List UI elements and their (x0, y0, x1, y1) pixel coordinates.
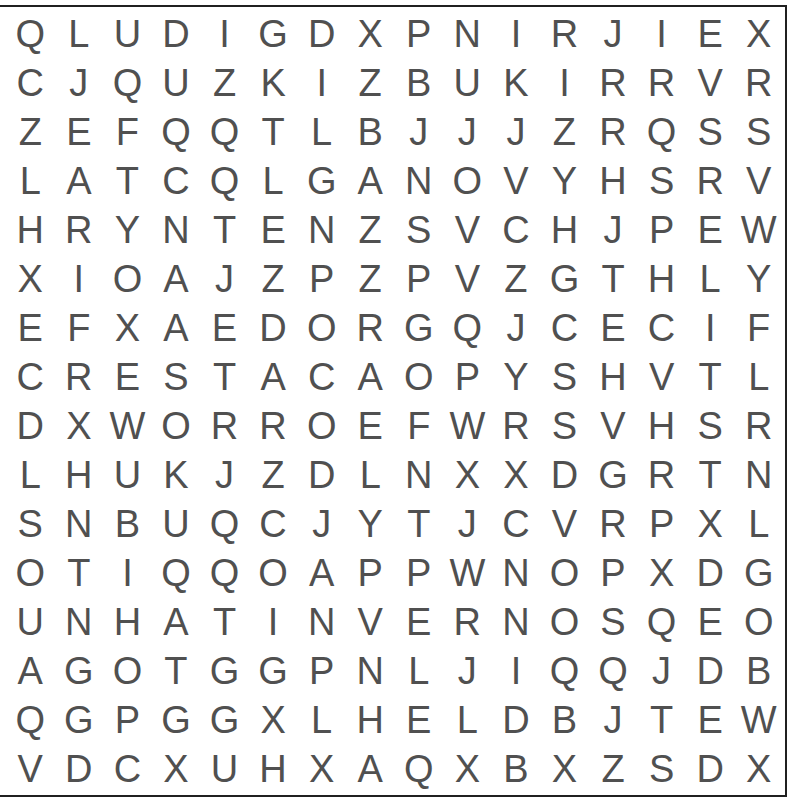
grid-cell[interactable]: J (443, 107, 492, 156)
grid-cell[interactable]: G (540, 254, 589, 303)
grid-cell[interactable]: L (6, 450, 55, 499)
grid-cell[interactable]: O (152, 401, 201, 450)
grid-cell[interactable]: L (249, 156, 298, 205)
grid-cell[interactable]: L (6, 156, 55, 205)
grid-cell[interactable]: N (55, 597, 104, 646)
grid-cell[interactable]: L (297, 107, 346, 156)
grid-cell[interactable]: P (103, 695, 152, 744)
grid-cell[interactable]: Y (540, 156, 589, 205)
grid-cell[interactable]: A (152, 254, 201, 303)
grid-cell[interactable]: S (637, 156, 686, 205)
grid-cell[interactable]: G (589, 450, 638, 499)
grid-cell[interactable]: K (492, 58, 541, 107)
grid-cell[interactable]: G (55, 695, 104, 744)
grid-cell[interactable]: G (200, 646, 249, 695)
grid-cell[interactable]: T (249, 107, 298, 156)
grid-cell[interactable]: C (103, 744, 152, 793)
grid-cell[interactable]: N (346, 646, 395, 695)
grid-cell[interactable]: F (103, 107, 152, 156)
grid-cell[interactable]: X (734, 744, 783, 793)
grid-cell[interactable]: I (200, 9, 249, 58)
grid-cell[interactable]: Y (103, 205, 152, 254)
grid-cell[interactable]: U (103, 9, 152, 58)
grid-cell[interactable]: B (395, 58, 444, 107)
grid-cell[interactable]: J (589, 695, 638, 744)
grid-cell[interactable]: H (589, 352, 638, 401)
grid-cell[interactable]: G (200, 695, 249, 744)
grid-cell[interactable]: V (637, 352, 686, 401)
grid-cell[interactable]: R (637, 450, 686, 499)
grid-cell[interactable]: K (249, 58, 298, 107)
grid-cell[interactable]: B (540, 695, 589, 744)
grid-cell[interactable]: H (6, 205, 55, 254)
grid-cell[interactable]: O (103, 254, 152, 303)
grid-cell[interactable]: B (346, 107, 395, 156)
grid-cell[interactable]: E (686, 695, 735, 744)
grid-cell[interactable]: G (249, 646, 298, 695)
grid-cell[interactable]: L (734, 352, 783, 401)
grid-cell[interactable]: L (346, 450, 395, 499)
grid-cell[interactable]: N (443, 9, 492, 58)
grid-cell[interactable]: R (55, 205, 104, 254)
grid-cell[interactable]: C (6, 352, 55, 401)
grid-cell[interactable]: H (637, 401, 686, 450)
grid-cell[interactable]: Z (589, 744, 638, 793)
grid-cell[interactable]: N (734, 450, 783, 499)
grid-cell[interactable]: R (443, 597, 492, 646)
grid-cell[interactable]: Q (540, 646, 589, 695)
grid-cell[interactable]: Q (200, 548, 249, 597)
grid-cell[interactable]: X (686, 499, 735, 548)
grid-cell[interactable]: W (443, 548, 492, 597)
grid-cell[interactable]: V (540, 499, 589, 548)
grid-cell[interactable]: R (540, 9, 589, 58)
grid-cell[interactable]: S (637, 744, 686, 793)
grid-cell[interactable]: Z (200, 58, 249, 107)
grid-cell[interactable]: C (637, 303, 686, 352)
grid-cell[interactable]: Q (103, 58, 152, 107)
grid-cell[interactable]: C (249, 499, 298, 548)
grid-cell[interactable]: V (443, 205, 492, 254)
grid-cell[interactable]: J (589, 205, 638, 254)
grid-cell[interactable]: U (152, 58, 201, 107)
grid-cell[interactable]: R (686, 156, 735, 205)
grid-cell[interactable]: L (734, 499, 783, 548)
grid-cell[interactable]: Q (6, 9, 55, 58)
grid-cell[interactable]: O (249, 548, 298, 597)
grid-cell[interactable]: J (492, 303, 541, 352)
grid-cell[interactable]: Q (395, 744, 444, 793)
grid-cell[interactable]: I (55, 254, 104, 303)
grid-cell[interactable]: E (589, 303, 638, 352)
grid-cell[interactable]: L (297, 695, 346, 744)
grid-cell[interactable]: V (589, 401, 638, 450)
grid-cell[interactable]: D (686, 646, 735, 695)
grid-cell[interactable]: X (492, 450, 541, 499)
grid-cell[interactable]: J (443, 499, 492, 548)
grid-cell[interactable]: S (686, 107, 735, 156)
grid-cell[interactable]: N (297, 597, 346, 646)
grid-cell[interactable]: S (395, 205, 444, 254)
grid-cell[interactable]: S (540, 352, 589, 401)
grid-cell[interactable]: O (443, 156, 492, 205)
grid-cell[interactable]: U (103, 450, 152, 499)
page: QLUDIGDXPNIRJIEXCJQUZKIZBUKIRRVRZEFQQTLB… (0, 0, 800, 803)
grid-cell[interactable]: Q (200, 107, 249, 156)
grid-cell[interactable]: Q (6, 695, 55, 744)
grid-cell[interactable]: R (589, 499, 638, 548)
grid-cell[interactable]: O (395, 352, 444, 401)
grid-cell[interactable]: X (152, 744, 201, 793)
grid-cell[interactable]: J (443, 646, 492, 695)
grid-cell[interactable]: J (200, 450, 249, 499)
grid-cell[interactable]: R (589, 107, 638, 156)
grid-cell[interactable]: N (55, 499, 104, 548)
grid-cell[interactable]: Q (443, 303, 492, 352)
grid-cell[interactable]: U (200, 744, 249, 793)
grid-cell[interactable]: D (492, 695, 541, 744)
grid-cell[interactable]: L (55, 9, 104, 58)
grid-cell[interactable]: F (55, 303, 104, 352)
grid-cell[interactable]: Z (540, 107, 589, 156)
word-search-grid: QLUDIGDXPNIRJIEXCJQUZKIZBUKIRRVRZEFQQTLB… (0, 7, 785, 795)
grid-cell[interactable]: E (6, 303, 55, 352)
grid-cell[interactable]: E (395, 695, 444, 744)
grid-cell[interactable]: I (492, 9, 541, 58)
grid-cell[interactable]: Z (346, 205, 395, 254)
grid-cell[interactable]: B (492, 744, 541, 793)
grid-cell[interactable]: G (55, 646, 104, 695)
grid-cell[interactable]: H (346, 695, 395, 744)
grid-cell[interactable]: G (734, 548, 783, 597)
grid-cell[interactable]: X (346, 9, 395, 58)
grid-cell[interactable]: G (297, 156, 346, 205)
grid-cell[interactable]: E (686, 9, 735, 58)
grid-cell[interactable]: D (540, 450, 589, 499)
grid-cell[interactable]: T (686, 450, 735, 499)
grid-cell[interactable]: B (103, 499, 152, 548)
grid-cell[interactable]: T (200, 205, 249, 254)
grid-cell[interactable]: S (152, 352, 201, 401)
grid-cell[interactable]: P (395, 254, 444, 303)
grid-cell[interactable]: V (734, 156, 783, 205)
grid-cell[interactable]: T (103, 156, 152, 205)
grid-cell[interactable]: V (686, 58, 735, 107)
grid-cell[interactable]: G (249, 9, 298, 58)
grid-cell[interactable]: Q (637, 107, 686, 156)
grid-cell[interactable]: I (686, 303, 735, 352)
grid-cell[interactable]: R (637, 58, 686, 107)
grid-cell[interactable]: L (443, 695, 492, 744)
grid-cell[interactable]: X (6, 254, 55, 303)
grid-cell[interactable]: X (443, 744, 492, 793)
grid-cell[interactable]: L (395, 646, 444, 695)
grid-cell[interactable]: V (346, 597, 395, 646)
grid-cell[interactable]: R (734, 58, 783, 107)
grid-cell[interactable]: X (55, 401, 104, 450)
grid-cell[interactable]: W (443, 401, 492, 450)
grid-cell[interactable]: U (443, 58, 492, 107)
grid-cell[interactable]: E (395, 597, 444, 646)
grid-cell[interactable]: H (637, 254, 686, 303)
grid-cell[interactable]: Q (200, 499, 249, 548)
grid-cell[interactable]: Z (492, 254, 541, 303)
grid-cell[interactable]: P (395, 548, 444, 597)
grid-cell[interactable]: N (297, 205, 346, 254)
grid-cell[interactable]: I (492, 646, 541, 695)
grid-cell[interactable]: E (686, 597, 735, 646)
grid-cell[interactable]: O (540, 597, 589, 646)
grid-cell[interactable]: J (200, 254, 249, 303)
grid-cell[interactable]: T (395, 499, 444, 548)
grid-cell[interactable]: I (103, 548, 152, 597)
grid-cell[interactable]: P (637, 205, 686, 254)
grid-cell[interactable]: Z (346, 58, 395, 107)
grid-cell[interactable]: S (6, 499, 55, 548)
grid-cell[interactable]: C (540, 303, 589, 352)
grid-cell[interactable]: T (55, 548, 104, 597)
grid-cell[interactable]: Z (249, 254, 298, 303)
grid-cell[interactable]: H (540, 205, 589, 254)
grid-cell[interactable]: L (686, 254, 735, 303)
grid-cell[interactable]: X (734, 9, 783, 58)
grid-cell[interactable]: D (152, 9, 201, 58)
grid-cell[interactable]: R (734, 401, 783, 450)
grid-cell[interactable]: C (152, 156, 201, 205)
grid-cell[interactable]: S (589, 597, 638, 646)
grid-cell[interactable]: E (103, 352, 152, 401)
grid-cell[interactable]: O (297, 303, 346, 352)
grid-cell[interactable]: V (6, 744, 55, 793)
grid-cell[interactable]: T (589, 254, 638, 303)
grid-cell[interactable]: D (6, 401, 55, 450)
grid-cell[interactable]: J (55, 58, 104, 107)
grid-cell[interactable]: A (346, 352, 395, 401)
grid-cell[interactable]: I (249, 597, 298, 646)
grid-cell[interactable]: A (152, 303, 201, 352)
grid-cell[interactable]: J (395, 107, 444, 156)
grid-cell[interactable]: J (589, 9, 638, 58)
grid-cell[interactable]: H (103, 597, 152, 646)
grid-cell[interactable]: S (540, 401, 589, 450)
grid-cell[interactable]: C (297, 352, 346, 401)
grid-cell[interactable]: Z (6, 107, 55, 156)
grid-cell[interactable]: D (686, 744, 735, 793)
grid-cell[interactable]: T (200, 597, 249, 646)
grid-cell[interactable]: E (346, 401, 395, 450)
grid-cell[interactable]: W (734, 695, 783, 744)
grid-cell[interactable]: G (395, 303, 444, 352)
grid-cell[interactable]: G (152, 695, 201, 744)
grid-cell[interactable]: O (540, 548, 589, 597)
grid-cell[interactable]: O (734, 597, 783, 646)
grid-cell[interactable]: I (297, 58, 346, 107)
grid-cell[interactable]: K (152, 450, 201, 499)
grid-cell[interactable]: F (395, 401, 444, 450)
grid-cell[interactable]: X (637, 548, 686, 597)
grid-cell[interactable]: N (492, 548, 541, 597)
grid-cell[interactable]: A (152, 597, 201, 646)
grid-cell[interactable]: R (249, 401, 298, 450)
grid-cell[interactable]: X (297, 744, 346, 793)
grid-cell[interactable]: R (55, 352, 104, 401)
grid-cell[interactable]: Q (589, 646, 638, 695)
grid-cell[interactable]: A (346, 744, 395, 793)
grid-cell[interactable]: R (200, 401, 249, 450)
grid-cell[interactable]: X (540, 744, 589, 793)
grid-cell[interactable]: N (152, 205, 201, 254)
grid-cell[interactable]: E (200, 303, 249, 352)
grid-cell[interactable]: Z (249, 450, 298, 499)
grid-cell[interactable]: P (589, 548, 638, 597)
grid-cell[interactable]: R (589, 58, 638, 107)
grid-cell[interactable]: X (103, 303, 152, 352)
grid-cell[interactable]: X (249, 695, 298, 744)
grid-cell[interactable]: N (395, 156, 444, 205)
grid-cell[interactable]: O (297, 401, 346, 450)
grid-cell[interactable]: O (103, 646, 152, 695)
grid-cell[interactable]: I (637, 9, 686, 58)
grid-cell[interactable]: S (734, 107, 783, 156)
grid-cell[interactable]: U (6, 597, 55, 646)
grid-cell[interactable]: V (443, 254, 492, 303)
grid-cell[interactable]: P (637, 499, 686, 548)
grid-cell[interactable]: E (249, 205, 298, 254)
grid-cell[interactable]: E (686, 205, 735, 254)
grid-cell[interactable]: A (6, 646, 55, 695)
word-search-board: QLUDIGDXPNIRJIEXCJQUZKIZBUKIRRVRZEFQQTLB… (0, 5, 787, 797)
grid-cell[interactable]: Y (492, 352, 541, 401)
grid-cell[interactable]: Y (734, 254, 783, 303)
grid-cell[interactable]: P (346, 548, 395, 597)
grid-cell[interactable]: Y (346, 499, 395, 548)
grid-cell[interactable]: J (637, 646, 686, 695)
grid-cell[interactable]: A (346, 156, 395, 205)
grid-cell[interactable]: X (443, 450, 492, 499)
grid-cell[interactable]: C (492, 205, 541, 254)
grid-cell[interactable]: P (297, 254, 346, 303)
grid-cell[interactable]: Q (152, 107, 201, 156)
grid-cell[interactable]: Q (200, 156, 249, 205)
grid-cell[interactable]: N (395, 450, 444, 499)
grid-cell[interactable]: R (346, 303, 395, 352)
grid-cell[interactable]: B (734, 646, 783, 695)
grid-cell[interactable]: R (492, 401, 541, 450)
grid-cell[interactable]: T (152, 646, 201, 695)
grid-cell[interactable]: W (103, 401, 152, 450)
grid-cell[interactable]: U (152, 499, 201, 548)
grid-cell[interactable]: A (297, 548, 346, 597)
grid-cell[interactable]: W (734, 205, 783, 254)
grid-cell[interactable]: Z (346, 254, 395, 303)
grid-cell[interactable]: S (686, 401, 735, 450)
grid-cell[interactable]: C (6, 58, 55, 107)
grid-cell[interactable]: E (55, 107, 104, 156)
grid-cell[interactable]: H (589, 156, 638, 205)
grid-cell[interactable]: H (55, 450, 104, 499)
grid-cell[interactable]: P (297, 646, 346, 695)
grid-cell[interactable]: P (443, 352, 492, 401)
grid-cell[interactable]: P (395, 9, 444, 58)
grid-cell[interactable]: O (6, 548, 55, 597)
grid-cell[interactable]: T (637, 695, 686, 744)
grid-cell[interactable]: H (249, 744, 298, 793)
grid-cell[interactable]: D (297, 450, 346, 499)
grid-cell[interactable]: N (492, 597, 541, 646)
grid-cell[interactable]: Q (152, 548, 201, 597)
grid-cell[interactable]: T (686, 352, 735, 401)
grid-cell[interactable]: A (249, 352, 298, 401)
grid-cell[interactable]: J (297, 499, 346, 548)
grid-cell[interactable]: I (540, 58, 589, 107)
grid-cell[interactable]: J (492, 107, 541, 156)
grid-cell[interactable]: D (297, 9, 346, 58)
grid-cell[interactable]: D (686, 548, 735, 597)
grid-cell[interactable]: F (734, 303, 783, 352)
grid-cell[interactable]: A (55, 156, 104, 205)
grid-cell[interactable]: T (200, 352, 249, 401)
grid-cell[interactable]: D (249, 303, 298, 352)
grid-cell[interactable]: Q (637, 597, 686, 646)
grid-cell[interactable]: V (492, 156, 541, 205)
grid-cell[interactable]: C (492, 499, 541, 548)
grid-cell[interactable]: D (55, 744, 104, 793)
